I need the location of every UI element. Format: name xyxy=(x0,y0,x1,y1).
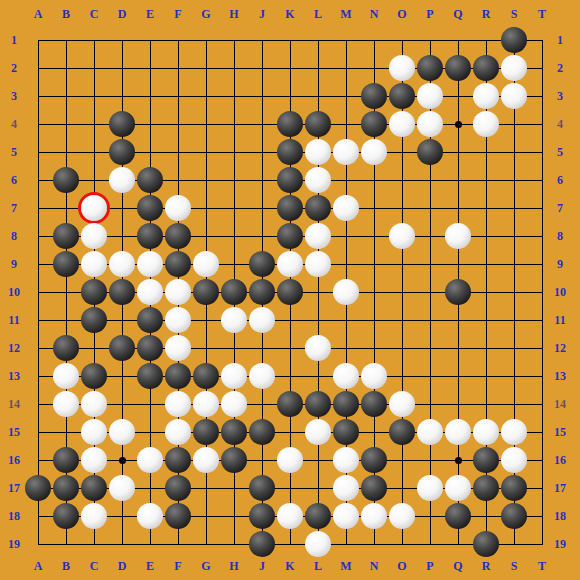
board-point-K12[interactable] xyxy=(276,334,304,362)
board-point-F16[interactable] xyxy=(164,446,192,474)
board-point-P17[interactable] xyxy=(416,474,444,502)
board-point-C10[interactable] xyxy=(80,278,108,306)
board-point-B13[interactable] xyxy=(52,362,80,390)
board-point-B1[interactable] xyxy=(52,26,80,54)
board-point-S7[interactable] xyxy=(500,194,528,222)
board-point-H7[interactable] xyxy=(220,194,248,222)
board-point-Q7[interactable] xyxy=(444,194,472,222)
board-point-N13[interactable] xyxy=(360,362,388,390)
board-point-P12[interactable] xyxy=(416,334,444,362)
board-point-M18[interactable] xyxy=(332,502,360,530)
board-point-F1[interactable] xyxy=(164,26,192,54)
board-point-M19[interactable] xyxy=(332,530,360,558)
board-point-E8[interactable] xyxy=(136,222,164,250)
board-point-L5[interactable] xyxy=(304,138,332,166)
board-point-S1[interactable] xyxy=(500,26,528,54)
board-point-D7[interactable] xyxy=(108,194,136,222)
board-point-P8[interactable] xyxy=(416,222,444,250)
board-point-Q11[interactable] xyxy=(444,306,472,334)
board-point-L4[interactable] xyxy=(304,110,332,138)
board-point-L11[interactable] xyxy=(304,306,332,334)
board-point-Q1[interactable] xyxy=(444,26,472,54)
board-point-D1[interactable] xyxy=(108,26,136,54)
board-point-B19[interactable] xyxy=(52,530,80,558)
board-point-B12[interactable] xyxy=(52,334,80,362)
board-point-A17[interactable] xyxy=(24,474,52,502)
board-point-O3[interactable] xyxy=(388,82,416,110)
board-point-K19[interactable] xyxy=(276,530,304,558)
board-point-O11[interactable] xyxy=(388,306,416,334)
board-point-M10[interactable] xyxy=(332,278,360,306)
board-point-N7[interactable] xyxy=(360,194,388,222)
board-point-D14[interactable] xyxy=(108,390,136,418)
board-point-L16[interactable] xyxy=(304,446,332,474)
board-point-F17[interactable] xyxy=(164,474,192,502)
board-point-O10[interactable] xyxy=(388,278,416,306)
board-point-J18[interactable] xyxy=(248,502,276,530)
board-point-F5[interactable] xyxy=(164,138,192,166)
board-point-A11[interactable] xyxy=(24,306,52,334)
board-point-R8[interactable] xyxy=(472,222,500,250)
board-point-C7[interactable] xyxy=(80,194,108,222)
board-point-J2[interactable] xyxy=(248,54,276,82)
board-point-D3[interactable] xyxy=(108,82,136,110)
board-point-H18[interactable] xyxy=(220,502,248,530)
board-point-R5[interactable] xyxy=(472,138,500,166)
board-point-D6[interactable] xyxy=(108,166,136,194)
board-point-H17[interactable] xyxy=(220,474,248,502)
board-point-G11[interactable] xyxy=(192,306,220,334)
board-point-J9[interactable] xyxy=(248,250,276,278)
board-point-J6[interactable] xyxy=(248,166,276,194)
board-point-G12[interactable] xyxy=(192,334,220,362)
board-point-F2[interactable] xyxy=(164,54,192,82)
board-point-Q15[interactable] xyxy=(444,418,472,446)
board-point-Q3[interactable] xyxy=(444,82,472,110)
board-point-N16[interactable] xyxy=(360,446,388,474)
board-point-S8[interactable] xyxy=(500,222,528,250)
board-point-N18[interactable] xyxy=(360,502,388,530)
board-point-G19[interactable] xyxy=(192,530,220,558)
board-point-O19[interactable] xyxy=(388,530,416,558)
board-point-N17[interactable] xyxy=(360,474,388,502)
board-point-L10[interactable] xyxy=(304,278,332,306)
board-point-C6[interactable] xyxy=(80,166,108,194)
board-point-H16[interactable] xyxy=(220,446,248,474)
board-point-G9[interactable] xyxy=(192,250,220,278)
board-point-E3[interactable] xyxy=(136,82,164,110)
board-point-R7[interactable] xyxy=(472,194,500,222)
board-point-O17[interactable] xyxy=(388,474,416,502)
board-point-R6[interactable] xyxy=(472,166,500,194)
board-point-L2[interactable] xyxy=(304,54,332,82)
board-point-F3[interactable] xyxy=(164,82,192,110)
board-point-S2[interactable] xyxy=(500,54,528,82)
board-point-N9[interactable] xyxy=(360,250,388,278)
board-point-C13[interactable] xyxy=(80,362,108,390)
board-point-C1[interactable] xyxy=(80,26,108,54)
board-point-B2[interactable] xyxy=(52,54,80,82)
board-point-S11[interactable] xyxy=(500,306,528,334)
board-point-B15[interactable] xyxy=(52,418,80,446)
board-point-P2[interactable] xyxy=(416,54,444,82)
board-point-P18[interactable] xyxy=(416,502,444,530)
board-point-G6[interactable] xyxy=(192,166,220,194)
board-point-L9[interactable] xyxy=(304,250,332,278)
board-point-F18[interactable] xyxy=(164,502,192,530)
board-point-A12[interactable] xyxy=(24,334,52,362)
board-point-O15[interactable] xyxy=(388,418,416,446)
board-point-G4[interactable] xyxy=(192,110,220,138)
board-point-P1[interactable] xyxy=(416,26,444,54)
board-point-S9[interactable] xyxy=(500,250,528,278)
board-point-D11[interactable] xyxy=(108,306,136,334)
board-point-H8[interactable] xyxy=(220,222,248,250)
board-point-B11[interactable] xyxy=(52,306,80,334)
board-point-K13[interactable] xyxy=(276,362,304,390)
board-point-L8[interactable] xyxy=(304,222,332,250)
board-point-L14[interactable] xyxy=(304,390,332,418)
board-point-N14[interactable] xyxy=(360,390,388,418)
board-point-F8[interactable] xyxy=(164,222,192,250)
board-point-R9[interactable] xyxy=(472,250,500,278)
board-point-C4[interactable] xyxy=(80,110,108,138)
board-point-P16[interactable] xyxy=(416,446,444,474)
board-point-P14[interactable] xyxy=(416,390,444,418)
board-point-R1[interactable] xyxy=(472,26,500,54)
board-point-A2[interactable] xyxy=(24,54,52,82)
board-point-O16[interactable] xyxy=(388,446,416,474)
board-point-L18[interactable] xyxy=(304,502,332,530)
board-point-E9[interactable] xyxy=(136,250,164,278)
board-point-J19[interactable] xyxy=(248,530,276,558)
board-point-K16[interactable] xyxy=(276,446,304,474)
board-point-P5[interactable] xyxy=(416,138,444,166)
board-point-O5[interactable] xyxy=(388,138,416,166)
board-point-B5[interactable] xyxy=(52,138,80,166)
board-point-P19[interactable] xyxy=(416,530,444,558)
board-point-P4[interactable] xyxy=(416,110,444,138)
board-point-D17[interactable] xyxy=(108,474,136,502)
board-point-R17[interactable] xyxy=(472,474,500,502)
board-point-R18[interactable] xyxy=(472,502,500,530)
board-point-A19[interactable] xyxy=(24,530,52,558)
board-point-Q4[interactable] xyxy=(444,110,472,138)
board-point-M9[interactable] xyxy=(332,250,360,278)
board-point-R13[interactable] xyxy=(472,362,500,390)
board-point-L17[interactable] xyxy=(304,474,332,502)
board-point-H11[interactable] xyxy=(220,306,248,334)
board-point-D16[interactable] xyxy=(108,446,136,474)
board-point-N11[interactable] xyxy=(360,306,388,334)
board-point-P6[interactable] xyxy=(416,166,444,194)
board-point-O1[interactable] xyxy=(388,26,416,54)
board-point-F12[interactable] xyxy=(164,334,192,362)
board-point-E11[interactable] xyxy=(136,306,164,334)
board-point-C3[interactable] xyxy=(80,82,108,110)
board-point-R12[interactable] xyxy=(472,334,500,362)
board-point-A1[interactable] xyxy=(24,26,52,54)
board-point-M2[interactable] xyxy=(332,54,360,82)
board-point-P13[interactable] xyxy=(416,362,444,390)
board-point-H13[interactable] xyxy=(220,362,248,390)
board-point-F7[interactable] xyxy=(164,194,192,222)
board-point-M11[interactable] xyxy=(332,306,360,334)
board-point-H6[interactable] xyxy=(220,166,248,194)
board-point-O9[interactable] xyxy=(388,250,416,278)
board-point-N6[interactable] xyxy=(360,166,388,194)
board-point-B14[interactable] xyxy=(52,390,80,418)
board-point-F19[interactable] xyxy=(164,530,192,558)
board-point-J10[interactable] xyxy=(248,278,276,306)
board-point-J14[interactable] xyxy=(248,390,276,418)
board-point-J7[interactable] xyxy=(248,194,276,222)
board-point-P10[interactable] xyxy=(416,278,444,306)
board-point-S19[interactable] xyxy=(500,530,528,558)
board-point-Q13[interactable] xyxy=(444,362,472,390)
board-point-D10[interactable] xyxy=(108,278,136,306)
board-point-C5[interactable] xyxy=(80,138,108,166)
board-point-E15[interactable] xyxy=(136,418,164,446)
board-point-G1[interactable] xyxy=(192,26,220,54)
board-point-L19[interactable] xyxy=(304,530,332,558)
board-point-Q12[interactable] xyxy=(444,334,472,362)
board-point-R16[interactable] xyxy=(472,446,500,474)
board-point-C15[interactable] xyxy=(80,418,108,446)
board-point-B6[interactable] xyxy=(52,166,80,194)
board-point-F9[interactable] xyxy=(164,250,192,278)
board-point-E13[interactable] xyxy=(136,362,164,390)
board-point-D12[interactable] xyxy=(108,334,136,362)
board-point-N2[interactable] xyxy=(360,54,388,82)
board-point-Q18[interactable] xyxy=(444,502,472,530)
board-point-G7[interactable] xyxy=(192,194,220,222)
board-point-G14[interactable] xyxy=(192,390,220,418)
board-point-A3[interactable] xyxy=(24,82,52,110)
board-point-E5[interactable] xyxy=(136,138,164,166)
board-point-D9[interactable] xyxy=(108,250,136,278)
board-point-H4[interactable] xyxy=(220,110,248,138)
board-point-K14[interactable] xyxy=(276,390,304,418)
board-point-M8[interactable] xyxy=(332,222,360,250)
board-point-C16[interactable] xyxy=(80,446,108,474)
board-point-C18[interactable] xyxy=(80,502,108,530)
board-point-J5[interactable] xyxy=(248,138,276,166)
board-point-K5[interactable] xyxy=(276,138,304,166)
board-point-A10[interactable] xyxy=(24,278,52,306)
board-point-J12[interactable] xyxy=(248,334,276,362)
board-point-Q6[interactable] xyxy=(444,166,472,194)
board-point-E12[interactable] xyxy=(136,334,164,362)
board-point-H19[interactable] xyxy=(220,530,248,558)
board-point-S16[interactable] xyxy=(500,446,528,474)
board-point-J4[interactable] xyxy=(248,110,276,138)
board-point-C2[interactable] xyxy=(80,54,108,82)
board-point-E14[interactable] xyxy=(136,390,164,418)
board-point-N1[interactable] xyxy=(360,26,388,54)
board-point-J11[interactable] xyxy=(248,306,276,334)
board-point-G17[interactable] xyxy=(192,474,220,502)
board-point-A15[interactable] xyxy=(24,418,52,446)
board-point-Q14[interactable] xyxy=(444,390,472,418)
board-point-E1[interactable] xyxy=(136,26,164,54)
board-point-B18[interactable] xyxy=(52,502,80,530)
board-point-B9[interactable] xyxy=(52,250,80,278)
board-point-G8[interactable] xyxy=(192,222,220,250)
board-point-G3[interactable] xyxy=(192,82,220,110)
board-point-J16[interactable] xyxy=(248,446,276,474)
board-point-G13[interactable] xyxy=(192,362,220,390)
board-point-M14[interactable] xyxy=(332,390,360,418)
board-point-S17[interactable] xyxy=(500,474,528,502)
board-point-Q8[interactable] xyxy=(444,222,472,250)
board-point-C11[interactable] xyxy=(80,306,108,334)
board-point-N15[interactable] xyxy=(360,418,388,446)
board-point-G10[interactable] xyxy=(192,278,220,306)
board-point-D15[interactable] xyxy=(108,418,136,446)
board-point-G15[interactable] xyxy=(192,418,220,446)
board-point-N4[interactable] xyxy=(360,110,388,138)
board-point-B3[interactable] xyxy=(52,82,80,110)
board-point-A6[interactable] xyxy=(24,166,52,194)
board-point-D18[interactable] xyxy=(108,502,136,530)
board-point-A14[interactable] xyxy=(24,390,52,418)
board-point-H9[interactable] xyxy=(220,250,248,278)
board-point-R3[interactable] xyxy=(472,82,500,110)
board-point-S12[interactable] xyxy=(500,334,528,362)
board-point-K1[interactable] xyxy=(276,26,304,54)
board-point-P11[interactable] xyxy=(416,306,444,334)
board-point-N12[interactable] xyxy=(360,334,388,362)
board-point-C17[interactable] xyxy=(80,474,108,502)
board-point-F14[interactable] xyxy=(164,390,192,418)
board-point-L13[interactable] xyxy=(304,362,332,390)
board-point-M6[interactable] xyxy=(332,166,360,194)
board-point-S14[interactable] xyxy=(500,390,528,418)
board-point-H5[interactable] xyxy=(220,138,248,166)
board-point-C8[interactable] xyxy=(80,222,108,250)
board-point-A5[interactable] xyxy=(24,138,52,166)
board-point-M1[interactable] xyxy=(332,26,360,54)
board-point-Q17[interactable] xyxy=(444,474,472,502)
board-point-E18[interactable] xyxy=(136,502,164,530)
board-point-O8[interactable] xyxy=(388,222,416,250)
board-point-S10[interactable] xyxy=(500,278,528,306)
board-point-F13[interactable] xyxy=(164,362,192,390)
board-point-E16[interactable] xyxy=(136,446,164,474)
board-point-E4[interactable] xyxy=(136,110,164,138)
board-point-C12[interactable] xyxy=(80,334,108,362)
board-point-O14[interactable] xyxy=(388,390,416,418)
board-point-D4[interactable] xyxy=(108,110,136,138)
board-point-D8[interactable] xyxy=(108,222,136,250)
board-point-Q19[interactable] xyxy=(444,530,472,558)
board-point-G16[interactable] xyxy=(192,446,220,474)
board-point-P3[interactable] xyxy=(416,82,444,110)
board-point-K8[interactable] xyxy=(276,222,304,250)
board-point-E19[interactable] xyxy=(136,530,164,558)
board-point-E6[interactable] xyxy=(136,166,164,194)
board-point-R4[interactable] xyxy=(472,110,500,138)
board-point-K2[interactable] xyxy=(276,54,304,82)
board-point-E10[interactable] xyxy=(136,278,164,306)
board-point-P9[interactable] xyxy=(416,250,444,278)
board-point-A7[interactable] xyxy=(24,194,52,222)
board-point-F6[interactable] xyxy=(164,166,192,194)
board-point-D19[interactable] xyxy=(108,530,136,558)
board-point-O18[interactable] xyxy=(388,502,416,530)
board-point-E2[interactable] xyxy=(136,54,164,82)
board-point-H12[interactable] xyxy=(220,334,248,362)
board-point-K17[interactable] xyxy=(276,474,304,502)
board-point-Q10[interactable] xyxy=(444,278,472,306)
board-point-N8[interactable] xyxy=(360,222,388,250)
board-point-Q9[interactable] xyxy=(444,250,472,278)
board-point-K10[interactable] xyxy=(276,278,304,306)
board-point-B16[interactable] xyxy=(52,446,80,474)
board-point-L15[interactable] xyxy=(304,418,332,446)
board-point-R19[interactable] xyxy=(472,530,500,558)
board-point-A16[interactable] xyxy=(24,446,52,474)
board-point-E17[interactable] xyxy=(136,474,164,502)
board-point-N5[interactable] xyxy=(360,138,388,166)
board-point-Q5[interactable] xyxy=(444,138,472,166)
board-point-P15[interactable] xyxy=(416,418,444,446)
board-point-S5[interactable] xyxy=(500,138,528,166)
board-point-O4[interactable] xyxy=(388,110,416,138)
board-point-M3[interactable] xyxy=(332,82,360,110)
board-point-D13[interactable] xyxy=(108,362,136,390)
board-point-L3[interactable] xyxy=(304,82,332,110)
board-point-L6[interactable] xyxy=(304,166,332,194)
board-point-K3[interactable] xyxy=(276,82,304,110)
board-point-K11[interactable] xyxy=(276,306,304,334)
board-point-J3[interactable] xyxy=(248,82,276,110)
board-point-R15[interactable] xyxy=(472,418,500,446)
board-point-B17[interactable] xyxy=(52,474,80,502)
board-point-J1[interactable] xyxy=(248,26,276,54)
board-point-G18[interactable] xyxy=(192,502,220,530)
board-point-N19[interactable] xyxy=(360,530,388,558)
board-point-B7[interactable] xyxy=(52,194,80,222)
board-point-F15[interactable] xyxy=(164,418,192,446)
board-point-K9[interactable] xyxy=(276,250,304,278)
board-point-S18[interactable] xyxy=(500,502,528,530)
board-point-Q2[interactable] xyxy=(444,54,472,82)
board-point-M7[interactable] xyxy=(332,194,360,222)
board-point-A18[interactable] xyxy=(24,502,52,530)
board-point-G2[interactable] xyxy=(192,54,220,82)
board-point-M17[interactable] xyxy=(332,474,360,502)
board-point-F11[interactable] xyxy=(164,306,192,334)
board-point-K4[interactable] xyxy=(276,110,304,138)
board-point-A13[interactable] xyxy=(24,362,52,390)
board-point-B4[interactable] xyxy=(52,110,80,138)
board-point-J13[interactable] xyxy=(248,362,276,390)
board-point-R14[interactable] xyxy=(472,390,500,418)
board-point-S6[interactable] xyxy=(500,166,528,194)
board-point-H15[interactable] xyxy=(220,418,248,446)
board-point-K7[interactable] xyxy=(276,194,304,222)
board-point-M5[interactable] xyxy=(332,138,360,166)
board-point-N3[interactable] xyxy=(360,82,388,110)
board-point-K18[interactable] xyxy=(276,502,304,530)
board-point-A9[interactable] xyxy=(24,250,52,278)
board-point-C19[interactable] xyxy=(80,530,108,558)
board-point-L1[interactable] xyxy=(304,26,332,54)
board-point-A4[interactable] xyxy=(24,110,52,138)
board-point-H3[interactable] xyxy=(220,82,248,110)
